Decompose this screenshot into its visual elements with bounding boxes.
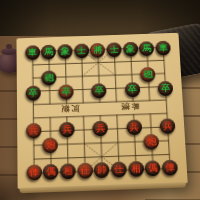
- piece-green-c8r0[interactable]: 車: [156, 41, 172, 56]
- piece-green-c1r0[interactable]: 馬: [41, 45, 56, 60]
- piece-red-c8r9[interactable]: 俥: [162, 160, 178, 176]
- piece-green-c7r2[interactable]: 砲: [140, 66, 156, 81]
- piece-red-c7r7[interactable]: 炮: [144, 133, 160, 149]
- piece-green-c4r3[interactable]: 卒: [92, 83, 107, 98]
- piece-green-c5r0[interactable]: 士: [107, 42, 122, 57]
- piece-green-c7r0[interactable]: 馬: [139, 41, 154, 56]
- piece-green-c3r0[interactable]: 士: [74, 43, 89, 58]
- piece-green-c2r3[interactable]: 卒: [59, 84, 74, 99]
- piece-red-c5r9[interactable]: 仕: [111, 162, 127, 178]
- piece-red-c1r9[interactable]: 傌: [43, 164, 59, 180]
- piece-red-c6r6[interactable]: 兵: [126, 119, 142, 135]
- xiangqi-board: 楚河 漢界 車馬象士將士象馬車砲砲卒卒卒卒卒兵兵兵兵兵炮炮俥傌相仕帥仕相傌俥: [16, 33, 187, 189]
- piece-red-c8r6[interactable]: 兵: [160, 118, 176, 134]
- piece-red-c0r9[interactable]: 俥: [26, 164, 41, 180]
- piece-green-c1r2[interactable]: 砲: [42, 70, 57, 85]
- piece-red-c1r7[interactable]: 炮: [43, 137, 58, 153]
- piece-red-c4r9[interactable]: 帥: [94, 162, 110, 178]
- piece-red-c3r9[interactable]: 仕: [77, 163, 93, 179]
- piece-red-c0r6[interactable]: 兵: [26, 122, 41, 138]
- piece-red-c2r6[interactable]: 兵: [59, 121, 74, 137]
- piece-red-c4r6[interactable]: 兵: [93, 120, 109, 136]
- piece-green-c0r0[interactable]: 車: [25, 45, 40, 60]
- piece-green-c6r3[interactable]: 卒: [125, 82, 141, 97]
- piece-green-c6r0[interactable]: 象: [123, 42, 138, 57]
- piece-green-c4r0[interactable]: 將: [90, 43, 105, 58]
- piece-red-c2r9[interactable]: 相: [60, 163, 76, 179]
- piece-grid: 車馬象士將士象馬車砲砲卒卒卒卒卒兵兵兵兵兵炮炮俥傌相仕帥仕相傌俥: [24, 41, 179, 181]
- piece-green-c2r0[interactable]: 象: [58, 44, 73, 59]
- teapot-knob: [6, 44, 12, 49]
- photo-scene: 楚河 漢界 車馬象士將士象馬車砲砲卒卒卒卒卒兵兵兵兵兵炮炮俥傌相仕帥仕相傌俥: [0, 0, 200, 200]
- piece-green-c0r3[interactable]: 卒: [26, 85, 41, 100]
- piece-green-c8r3[interactable]: 卒: [158, 80, 174, 95]
- piece-red-c6r9[interactable]: 相: [128, 161, 144, 177]
- piece-red-c7r9[interactable]: 傌: [145, 160, 161, 176]
- teapot-lid: [1, 48, 17, 55]
